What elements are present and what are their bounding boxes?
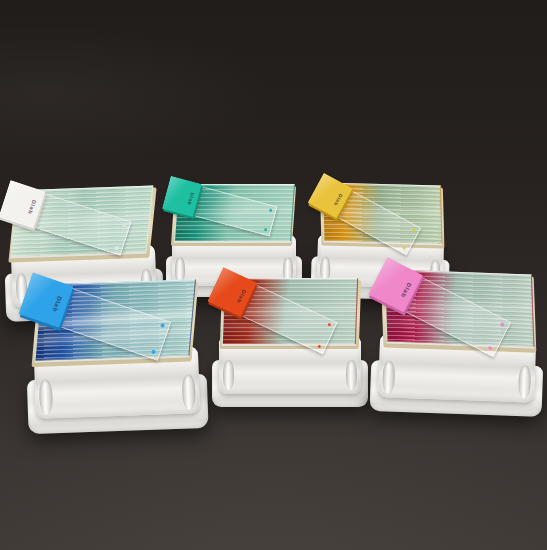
brand-print: Dlab [235,288,246,304]
slide-corner-dot [114,245,118,249]
tray-corner-notch-left [223,360,234,390]
slide-frosted-tab: Dlab [308,173,353,218]
tray-corner-notch-left [39,380,53,415]
slide-corner-dot [499,322,504,327]
slide-corner-dot [402,246,406,250]
tray-corner-notch-right [518,365,532,398]
slide-tray-orange: Dlab [212,276,368,407]
slide-frosted-tab: Dlab [0,180,45,229]
slide-corner-dot [151,350,156,355]
slide-corner-dot [269,208,273,212]
slide-corner-dot [326,322,331,327]
brand-print: Dlab [26,199,36,215]
tray-corner-notch-left [382,360,396,393]
tray-corner-notch-right [181,375,195,410]
slide-tray-blue: Dlab [23,277,208,434]
slide-frosted-tab: Dlab [163,176,203,216]
slide-corner-dot [412,228,416,232]
brand-print: Dlab [187,192,195,206]
slide-tray-pink: Dlab [370,267,547,417]
slide-corner-dot [264,228,268,232]
slide-corner-dot [160,324,165,329]
slide-corner-dot [487,346,492,351]
brand-print: Dlab [399,282,411,299]
brand-print: Dlab [51,295,62,313]
photo-stage: Dlab Dlab [0,0,547,550]
tray-corner-notch-right [346,360,357,390]
slide-corner-dot [121,223,125,227]
slide-corner-dot [316,344,321,349]
brand-print: Dlab [333,193,343,207]
